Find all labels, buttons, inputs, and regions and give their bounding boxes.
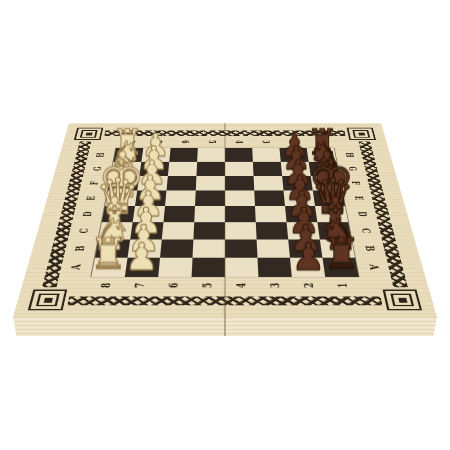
coord-right-H: H: [341, 151, 357, 158]
coord-top-4: 4: [231, 138, 246, 145]
dark-rook-a1[interactable]: ♜: [317, 233, 366, 275]
white-pawn-a7[interactable]: ♟: [117, 237, 166, 275]
chess-board: 8765432187654321ABCDEFGHABCDEFGH ♜♞♝♛♚♝♞…: [13, 123, 438, 318]
board-front-edge: [13, 317, 437, 336]
product-photo: 8765432187654321ABCDEFGHABCDEFGH ♜♞♝♛♚♝♞…: [0, 0, 450, 450]
coord-top-3: 3: [258, 138, 273, 145]
coord-top-6: 6: [177, 138, 192, 145]
front-edge-fold-seam: [224, 317, 226, 336]
coord-top-8: 8: [123, 138, 139, 145]
coord-top-2: 2: [285, 138, 300, 145]
coord-left-H: H: [93, 151, 109, 158]
coord-top-5: 5: [204, 138, 219, 145]
pieces-layer: ♜♞♝♛♚♝♞♜♟♟♟♟♟♟♟♟♟♟♟♟♟♟♟♟♜♞♝♛♚♝♞♜: [13, 123, 438, 318]
coord-top-1: 1: [312, 138, 328, 145]
coord-top-7: 7: [150, 138, 165, 145]
